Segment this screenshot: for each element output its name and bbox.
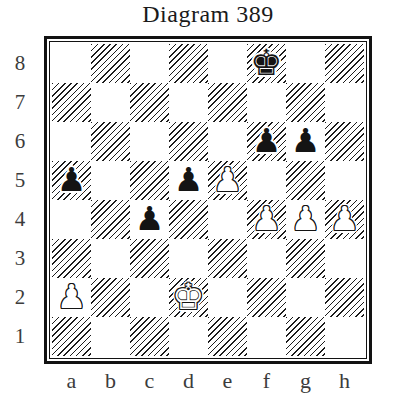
rank-label-8: 8: [4, 44, 36, 83]
chess-diagram: Diagram 389 87654321 ♚♟♟♟♟♟♟♟♟♟♟♚ abcdef…: [0, 0, 400, 400]
white-king-d2: ♚: [172, 279, 204, 315]
square-f8: ♚: [247, 44, 286, 83]
rank-label-1: 1: [4, 317, 36, 356]
black-pawn-f6: ♟: [252, 124, 282, 157]
diagram-title: Diagram 389: [44, 1, 372, 28]
white-pawn-e5: ♟: [213, 163, 243, 196]
chess-board: ♚♟♟♟♟♟♟♟♟♟♟♚: [44, 36, 372, 364]
file-label-h: h: [325, 366, 364, 396]
square-b4: [91, 200, 130, 239]
square-h7: [325, 83, 364, 122]
rank-label-7: 7: [4, 83, 36, 122]
square-c5: [130, 161, 169, 200]
file-label-b: b: [91, 366, 130, 396]
square-f6: ♟: [247, 122, 286, 161]
black-pawn-a5: ♟: [57, 163, 87, 196]
square-a3: [52, 239, 91, 278]
square-b3: [91, 239, 130, 278]
square-e3: [208, 239, 247, 278]
square-a8: [52, 44, 91, 83]
square-f4: ♟: [247, 200, 286, 239]
square-c7: [130, 83, 169, 122]
square-d3: [169, 239, 208, 278]
square-h3: [325, 239, 364, 278]
rank-label-5: 5: [4, 161, 36, 200]
square-g4: ♟: [286, 200, 325, 239]
black-king-f8: ♚: [250, 45, 282, 81]
square-d1: [169, 317, 208, 356]
square-c1: [130, 317, 169, 356]
square-h6: [325, 122, 364, 161]
board-grid: ♚♟♟♟♟♟♟♟♟♟♟♚: [52, 44, 364, 356]
square-b8: [91, 44, 130, 83]
square-e4: [208, 200, 247, 239]
square-b6: [91, 122, 130, 161]
square-e1: [208, 317, 247, 356]
square-c2: [130, 278, 169, 317]
square-g6: ♟: [286, 122, 325, 161]
white-pawn-f4: ♟: [252, 202, 282, 235]
file-label-d: d: [169, 366, 208, 396]
file-label-f: f: [247, 366, 286, 396]
square-f2: [247, 278, 286, 317]
file-label-e: e: [208, 366, 247, 396]
square-g5: [286, 161, 325, 200]
square-a7: [52, 83, 91, 122]
square-e8: [208, 44, 247, 83]
rank-label-3: 3: [4, 239, 36, 278]
square-d7: [169, 83, 208, 122]
square-f3: [247, 239, 286, 278]
square-b7: [91, 83, 130, 122]
square-h4: ♟: [325, 200, 364, 239]
square-a1: [52, 317, 91, 356]
rank-label-4: 4: [4, 200, 36, 239]
square-d8: [169, 44, 208, 83]
white-pawn-h4: ♟: [330, 202, 360, 235]
square-h1: [325, 317, 364, 356]
square-a6: [52, 122, 91, 161]
white-pawn-a2: ♟: [57, 280, 87, 313]
black-pawn-g6: ♟: [291, 124, 321, 157]
square-c4: ♟: [130, 200, 169, 239]
file-label-a: a: [52, 366, 91, 396]
square-g7: [286, 83, 325, 122]
white-pawn-g4: ♟: [291, 202, 321, 235]
square-g8: [286, 44, 325, 83]
file-label-c: c: [130, 366, 169, 396]
square-g2: [286, 278, 325, 317]
square-e6: [208, 122, 247, 161]
square-c6: [130, 122, 169, 161]
square-e2: [208, 278, 247, 317]
square-g3: [286, 239, 325, 278]
square-f1: [247, 317, 286, 356]
square-b1: [91, 317, 130, 356]
square-c8: [130, 44, 169, 83]
square-b5: [91, 161, 130, 200]
square-d2: ♚: [169, 278, 208, 317]
file-labels: abcdefgh: [52, 366, 364, 396]
square-d5: ♟: [169, 161, 208, 200]
square-a5: ♟: [52, 161, 91, 200]
board-inner-frame: ♚♟♟♟♟♟♟♟♟♟♟♚: [49, 41, 367, 359]
file-label-g: g: [286, 366, 325, 396]
black-pawn-d5: ♟: [174, 163, 204, 196]
square-e5: ♟: [208, 161, 247, 200]
rank-label-6: 6: [4, 122, 36, 161]
square-d6: [169, 122, 208, 161]
rank-labels: 87654321: [4, 44, 36, 356]
square-f7: [247, 83, 286, 122]
square-h8: [325, 44, 364, 83]
square-a2: ♟: [52, 278, 91, 317]
square-h5: [325, 161, 364, 200]
square-d4: [169, 200, 208, 239]
square-e7: [208, 83, 247, 122]
rank-label-2: 2: [4, 278, 36, 317]
square-b2: [91, 278, 130, 317]
black-pawn-c4: ♟: [135, 202, 165, 235]
square-h2: [325, 278, 364, 317]
square-c3: [130, 239, 169, 278]
square-f5: [247, 161, 286, 200]
square-a4: [52, 200, 91, 239]
square-g1: [286, 317, 325, 356]
